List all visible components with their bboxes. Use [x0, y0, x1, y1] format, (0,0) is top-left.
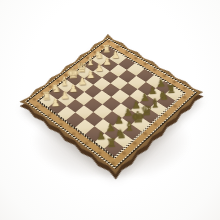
piece-wP[interactable]: ♟ [60, 90, 70, 100]
piece-wP[interactable]: ♟ [103, 57, 112, 67]
piece-wP[interactable]: ♟ [95, 63, 104, 73]
chess-board: ♜♟♟♜♞♟♟♞♝♟♟♝♛♟♟♛♚♟♟♚♝♟♟♝♞♟♟♞♜♟♟♜ [20, 34, 204, 174]
product-photo-backdrop: ♜♟♟♜♞♟♟♞♝♟♟♝♛♟♟♛♚♟♟♚♝♟♟♝♞♟♟♞♜♟♟♜ [0, 0, 220, 220]
piece-wP[interactable]: ♟ [86, 70, 95, 80]
piece-bP[interactable]: ♟ [157, 79, 166, 89]
piece-wP[interactable]: ♟ [69, 83, 78, 93]
piece-bP[interactable]: ♟ [149, 86, 159, 96]
piece-wP[interactable]: ♟ [111, 50, 120, 60]
chess-set-scene: ♜♟♟♜♞♟♟♞♝♟♟♝♛♟♟♛♚♟♟♚♝♟♟♝♞♟♟♞♜♟♟♜ [0, 0, 220, 220]
piece-wP[interactable]: ♟ [51, 97, 61, 108]
piece-wP[interactable]: ♟ [78, 76, 87, 86]
piece-bR[interactable]: ♜ [106, 137, 117, 149]
